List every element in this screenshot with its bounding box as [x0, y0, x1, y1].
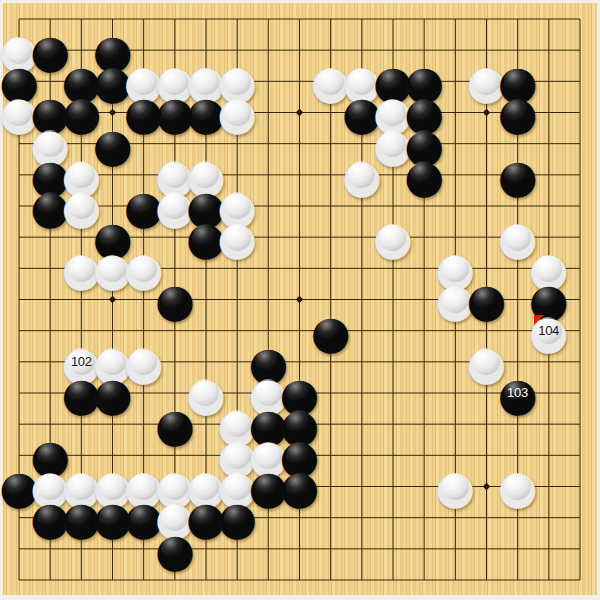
board-cell: ●104 — [533, 315, 564, 346]
board-cell: ● — [284, 471, 315, 502]
board-cell: ● — [159, 284, 190, 315]
white-stone[interactable]: ● — [502, 471, 533, 502]
board-cell: ● — [471, 284, 502, 315]
board-cell: ● — [502, 159, 533, 190]
board-cell: ● — [408, 159, 439, 190]
stone-glyph: ● — [497, 464, 537, 510]
black-stone[interactable]: ● — [159, 533, 190, 564]
black-stone[interactable]: ● — [502, 159, 533, 190]
stone-glyph: ● — [497, 90, 537, 136]
stone-glyph: ● — [497, 371, 537, 417]
white-stone[interactable]: ● — [377, 222, 408, 253]
black-stone[interactable]: ● — [315, 315, 346, 346]
board-cell: ● — [159, 408, 190, 439]
white-stone[interactable]: ● — [346, 159, 377, 190]
black-stone[interactable]: ● — [159, 408, 190, 439]
stone-glyph: ● — [92, 371, 132, 417]
stone-glyph: ● — [310, 309, 350, 355]
white-stone[interactable]: ● — [128, 346, 159, 377]
white-stone[interactable]: ● — [440, 471, 471, 502]
stone-glyph: ● — [155, 277, 195, 323]
board-cell: ● — [502, 97, 533, 128]
black-stone[interactable]: ● — [222, 502, 253, 533]
board-cell: ● — [159, 533, 190, 564]
black-stone[interactable]: ● — [284, 471, 315, 502]
stone-glyph: ● — [435, 464, 475, 510]
board-cell: ● — [128, 346, 159, 377]
board-cell: ● — [315, 315, 346, 346]
stone-glyph: ● — [342, 153, 382, 199]
stone-glyph: ● — [217, 90, 257, 136]
stone-glyph: ● — [497, 153, 537, 199]
black-stone[interactable]: ● — [408, 159, 439, 190]
black-stone[interactable]: ● — [471, 284, 502, 315]
white-stone[interactable]: ● — [533, 315, 564, 346]
board-cell: ●103 — [502, 377, 533, 408]
stone-glyph: ● — [279, 464, 319, 510]
stone-glyph: ● — [466, 277, 506, 323]
white-stone[interactable]: ● — [222, 97, 253, 128]
board-cell: ● — [346, 159, 377, 190]
black-stone[interactable]: ● — [502, 377, 533, 408]
black-stone[interactable]: ● — [502, 97, 533, 128]
stone-glyph: ● — [529, 309, 569, 355]
board-cell: ● — [222, 502, 253, 533]
black-stone[interactable]: ● — [97, 377, 128, 408]
board-cell: ● — [377, 222, 408, 253]
board-cell: ● — [97, 377, 128, 408]
board-cell: ● — [502, 471, 533, 502]
stones-layer: ●●●●●●●●●●●●●●●●●●●●●●●●●●●●●●●●●●●●●●●●… — [3, 3, 595, 595]
stone-glyph: ● — [155, 402, 195, 448]
stone-glyph: ● — [155, 527, 195, 573]
black-stone[interactable]: ● — [97, 128, 128, 159]
go-game-screen: ●●●●●●●●●●●●●●●●●●●●●●●●●●●●●●●●●●●●●●●●… — [0, 0, 600, 600]
board-cell: ● — [222, 222, 253, 253]
black-stone[interactable]: ● — [159, 284, 190, 315]
board-cell: ● — [97, 128, 128, 159]
stone-glyph: ● — [404, 153, 444, 199]
board-cell: ● — [222, 97, 253, 128]
stone-glyph: ● — [373, 215, 413, 261]
stone-glyph: ● — [217, 495, 257, 541]
board-cell: ● — [440, 471, 471, 502]
white-stone[interactable]: ● — [222, 222, 253, 253]
stone-glyph: ● — [217, 215, 257, 261]
